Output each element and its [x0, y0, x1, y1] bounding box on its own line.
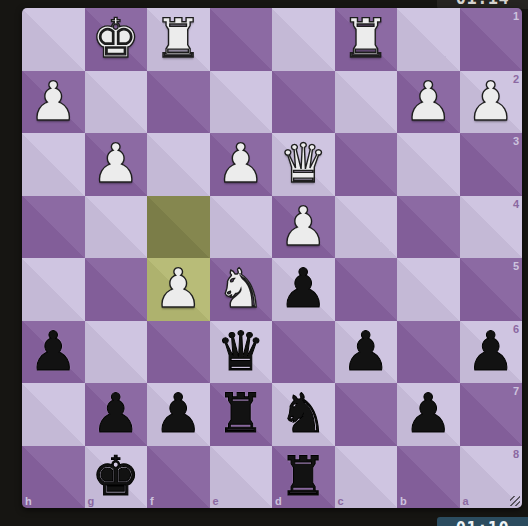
piece-black-rook[interactable]: ♜	[272, 446, 335, 509]
square-d1[interactable]	[272, 8, 335, 71]
piece-black-pawn[interactable]: ♟	[85, 383, 148, 446]
file-label-c: c	[338, 495, 344, 507]
board-resize-handle-icon[interactable]	[510, 496, 520, 506]
square-e2[interactable]	[210, 71, 273, 134]
square-c3[interactable]	[335, 133, 398, 196]
square-f5[interactable]: ♟	[147, 258, 210, 321]
square-c7[interactable]	[335, 383, 398, 446]
rank-label-4: 4	[513, 198, 519, 210]
square-e8[interactable]: e	[210, 446, 273, 509]
square-b4[interactable]	[397, 196, 460, 259]
piece-black-king[interactable]: ♚	[85, 446, 148, 509]
square-g1[interactable]: ♚	[85, 8, 148, 71]
piece-white-rook[interactable]: ♜	[335, 8, 398, 71]
square-a6[interactable]: 6♟	[460, 321, 523, 384]
rank-label-3: 3	[513, 135, 519, 147]
square-a5[interactable]: 5	[460, 258, 523, 321]
piece-white-pawn[interactable]: ♟	[147, 258, 210, 321]
file-label-a: a	[463, 495, 469, 507]
square-g4[interactable]	[85, 196, 148, 259]
square-c2[interactable]	[335, 71, 398, 134]
square-b1[interactable]	[397, 8, 460, 71]
chess-board: ♚♜♜1♟♟2♟♟♟♛3♟4♟♞♟5♟♛♟6♟♟♟♜♞♟7hg♚fed♜cba8	[22, 8, 522, 508]
square-f1[interactable]: ♜	[147, 8, 210, 71]
piece-black-rook[interactable]: ♜	[210, 383, 273, 446]
square-g3[interactable]: ♟	[85, 133, 148, 196]
square-e6[interactable]: ♛	[210, 321, 273, 384]
square-f6[interactable]	[147, 321, 210, 384]
square-h3[interactable]	[22, 133, 85, 196]
square-d7[interactable]: ♞	[272, 383, 335, 446]
piece-white-pawn[interactable]: ♟	[460, 71, 523, 134]
square-c4[interactable]	[335, 196, 398, 259]
piece-black-queen[interactable]: ♛	[210, 321, 273, 384]
piece-black-pawn[interactable]: ♟	[272, 258, 335, 321]
square-c5[interactable]	[335, 258, 398, 321]
square-h6[interactable]: ♟	[22, 321, 85, 384]
square-h4[interactable]	[22, 196, 85, 259]
square-d6[interactable]	[272, 321, 335, 384]
piece-black-pawn[interactable]: ♟	[22, 321, 85, 384]
square-h2[interactable]: ♟	[22, 71, 85, 134]
piece-white-king[interactable]: ♚	[85, 8, 148, 71]
square-g7[interactable]: ♟	[85, 383, 148, 446]
square-b6[interactable]	[397, 321, 460, 384]
square-b3[interactable]	[397, 133, 460, 196]
square-a1[interactable]: 1	[460, 8, 523, 71]
square-e5[interactable]: ♞	[210, 258, 273, 321]
piece-white-pawn[interactable]: ♟	[397, 71, 460, 134]
square-d5[interactable]: ♟	[272, 258, 335, 321]
square-a2[interactable]: 2♟	[460, 71, 523, 134]
square-h1[interactable]	[22, 8, 85, 71]
square-b8[interactable]: b	[397, 446, 460, 509]
piece-black-pawn[interactable]: ♟	[147, 383, 210, 446]
piece-black-pawn[interactable]: ♟	[460, 321, 523, 384]
square-d2[interactable]	[272, 71, 335, 134]
square-f7[interactable]: ♟	[147, 383, 210, 446]
square-b2[interactable]: ♟	[397, 71, 460, 134]
square-c8[interactable]: c	[335, 446, 398, 509]
square-h7[interactable]	[22, 383, 85, 446]
square-c1[interactable]: ♜	[335, 8, 398, 71]
file-label-b: b	[400, 495, 407, 507]
piece-white-rook[interactable]: ♜	[147, 8, 210, 71]
piece-white-pawn[interactable]: ♟	[22, 71, 85, 134]
square-c6[interactable]: ♟	[335, 321, 398, 384]
square-e3[interactable]: ♟	[210, 133, 273, 196]
square-g8[interactable]: g♚	[85, 446, 148, 509]
square-g6[interactable]	[85, 321, 148, 384]
rank-label-5: 5	[513, 260, 519, 272]
square-d4[interactable]: ♟	[272, 196, 335, 259]
square-d3[interactable]: ♛	[272, 133, 335, 196]
square-a3[interactable]: 3	[460, 133, 523, 196]
file-label-f: f	[150, 495, 154, 507]
piece-white-knight[interactable]: ♞	[210, 258, 273, 321]
square-a4[interactable]: 4	[460, 196, 523, 259]
piece-black-knight[interactable]: ♞	[272, 383, 335, 446]
square-e4[interactable]	[210, 196, 273, 259]
piece-white-queen[interactable]: ♛	[272, 133, 335, 196]
file-label-h: h	[25, 495, 32, 507]
square-f3[interactable]	[147, 133, 210, 196]
piece-black-pawn[interactable]: ♟	[397, 383, 460, 446]
piece-white-pawn[interactable]: ♟	[272, 196, 335, 259]
file-label-e: e	[213, 495, 219, 507]
square-a7[interactable]: 7	[460, 383, 523, 446]
square-b5[interactable]	[397, 258, 460, 321]
square-g2[interactable]	[85, 71, 148, 134]
rank-label-1: 1	[513, 10, 519, 22]
square-f8[interactable]: f	[147, 446, 210, 509]
square-b7[interactable]: ♟	[397, 383, 460, 446]
square-d8[interactable]: d♜	[272, 446, 335, 509]
square-h8[interactable]: h	[22, 446, 85, 509]
game-screen: 01:14 ♚♜♜1♟♟2♟♟♟♛3♟4♟♞♟5♟♛♟6♟♟♟♜♞♟7hg♚fe…	[0, 0, 528, 526]
player-clock: 01:10	[437, 517, 528, 526]
piece-black-pawn[interactable]: ♟	[335, 321, 398, 384]
piece-white-pawn[interactable]: ♟	[85, 133, 148, 196]
piece-white-pawn[interactable]: ♟	[210, 133, 273, 196]
square-f2[interactable]	[147, 71, 210, 134]
square-h5[interactable]	[22, 258, 85, 321]
square-e7[interactable]: ♜	[210, 383, 273, 446]
rank-label-8: 8	[513, 448, 519, 460]
square-f4[interactable]	[147, 196, 210, 259]
square-g5[interactable]	[85, 258, 148, 321]
square-e1[interactable]	[210, 8, 273, 71]
rank-label-7: 7	[513, 385, 519, 397]
